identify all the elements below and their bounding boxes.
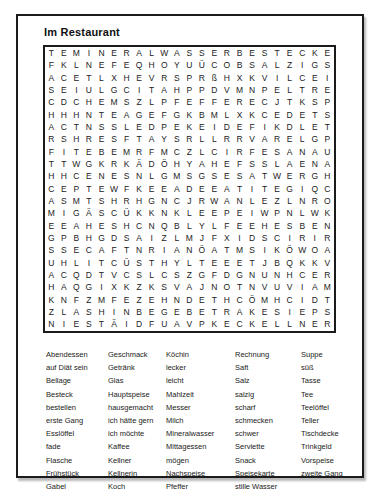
grid-cell-r5c19[interactable]: J xyxy=(271,96,284,108)
grid-cell-r3c21[interactable]: C xyxy=(296,72,309,84)
grid-cell-r1c8[interactable]: A xyxy=(133,47,146,59)
grid-cell-r1c21[interactable]: C xyxy=(296,47,309,59)
grid-cell-r19c1[interactable]: A xyxy=(45,269,58,281)
grid-cell-r14c21[interactable]: L xyxy=(296,207,309,219)
grid-cell-r8c17[interactable]: V xyxy=(246,133,259,145)
grid-cell-r15c8[interactable]: C xyxy=(133,220,146,232)
grid-cell-r8c15[interactable]: R xyxy=(221,133,234,145)
grid-cell-r22c6[interactable]: I xyxy=(108,306,121,318)
grid-cell-r11c20[interactable]: E xyxy=(283,170,296,182)
grid-cell-r3c6[interactable]: X xyxy=(108,72,121,84)
grid-cell-r20c13[interactable]: J xyxy=(196,282,209,294)
grid-cell-r13c3[interactable]: M xyxy=(70,195,83,207)
grid-cell-r22c2[interactable]: L xyxy=(58,306,71,318)
grid-cell-r16c13[interactable]: J xyxy=(196,232,209,244)
grid-cell-r19c6[interactable]: V xyxy=(108,269,121,281)
grid-cell-r11c22[interactable]: G xyxy=(308,170,321,182)
grid-cell-r13c4[interactable]: T xyxy=(83,195,96,207)
grid-cell-r23c8[interactable]: D xyxy=(133,319,146,331)
grid-cell-r6c15[interactable]: L xyxy=(221,109,234,121)
grid-cell-r7c10[interactable]: P xyxy=(158,121,171,133)
grid-cell-r20c22[interactable]: A xyxy=(308,282,321,294)
grid-cell-r8c13[interactable]: L xyxy=(196,133,209,145)
grid-cell-r8c6[interactable]: S xyxy=(108,133,121,145)
grid-cell-r1c19[interactable]: T xyxy=(271,47,284,59)
grid-cell-r16c1[interactable]: G xyxy=(45,232,58,244)
grid-cell-r13c18[interactable]: E xyxy=(258,195,271,207)
grid-cell-r7c2[interactable]: C xyxy=(58,121,71,133)
grid-cell-r3c4[interactable]: T xyxy=(83,72,96,84)
grid-cell-r21c8[interactable]: Z xyxy=(133,294,146,306)
grid-cell-r14c1[interactable]: M xyxy=(45,207,58,219)
grid-cell-r4c3[interactable]: I xyxy=(70,84,83,96)
grid-cell-r9c4[interactable]: E xyxy=(83,146,96,158)
grid-cell-r3c11[interactable]: S xyxy=(170,72,183,84)
grid-cell-r23c11[interactable]: A xyxy=(170,319,183,331)
grid-cell-r2c7[interactable]: E xyxy=(120,59,133,71)
grid-cell-r19c8[interactable]: S xyxy=(133,269,146,281)
grid-cell-r13c8[interactable]: H xyxy=(133,195,146,207)
grid-cell-r20c10[interactable]: S xyxy=(158,282,171,294)
grid-cell-r9c11[interactable]: C xyxy=(170,146,183,158)
grid-cell-r17c23[interactable]: A xyxy=(321,245,334,257)
grid-cell-r19c13[interactable]: G xyxy=(196,269,209,281)
grid-cell-r15c22[interactable]: E xyxy=(308,220,321,232)
grid-cell-r11c7[interactable]: S xyxy=(120,170,133,182)
grid-cell-r3c7[interactable]: H xyxy=(120,72,133,84)
grid-cell-r17c10[interactable]: I xyxy=(158,245,171,257)
grid-cell-r19c18[interactable]: U xyxy=(258,269,271,281)
grid-cell-r9c18[interactable]: E xyxy=(258,146,271,158)
grid-cell-r1c15[interactable]: R xyxy=(221,47,234,59)
grid-cell-r22c20[interactable]: I xyxy=(283,306,296,318)
grid-cell-r16c20[interactable]: I xyxy=(283,232,296,244)
grid-cell-r2c13[interactable]: Ü xyxy=(196,59,209,71)
grid-cell-r23c19[interactable]: L xyxy=(271,319,284,331)
grid-cell-r12c3[interactable]: P xyxy=(70,183,83,195)
grid-cell-r17c17[interactable]: S xyxy=(246,245,259,257)
grid-cell-r9c21[interactable]: N xyxy=(296,146,309,158)
grid-cell-r13c21[interactable]: N xyxy=(296,195,309,207)
grid-cell-r2c1[interactable]: F xyxy=(45,59,58,71)
grid-cell-r4c22[interactable]: R xyxy=(308,84,321,96)
grid-cell-r2c11[interactable]: Y xyxy=(170,59,183,71)
grid-cell-r17c19[interactable]: K xyxy=(271,245,284,257)
grid-cell-r11c16[interactable]: S xyxy=(233,170,246,182)
grid-cell-r2c3[interactable]: L xyxy=(70,59,83,71)
grid-cell-r13c6[interactable]: H xyxy=(108,195,121,207)
grid-cell-r12c14[interactable]: E xyxy=(208,183,221,195)
grid-cell-r3c20[interactable]: L xyxy=(283,72,296,84)
grid-cell-r15c5[interactable]: E xyxy=(95,220,108,232)
grid-cell-r3c5[interactable]: L xyxy=(95,72,108,84)
grid-cell-r3c1[interactable]: A xyxy=(45,72,58,84)
grid-cell-r15c2[interactable]: E xyxy=(58,220,71,232)
grid-cell-r21c9[interactable]: E xyxy=(145,294,158,306)
grid-cell-r21c1[interactable]: K xyxy=(45,294,58,306)
grid-cell-r17c3[interactable]: E xyxy=(70,245,83,257)
grid-cell-r10c9[interactable]: D xyxy=(145,158,158,170)
grid-cell-r21c7[interactable]: E xyxy=(120,294,133,306)
grid-cell-r21c11[interactable]: N xyxy=(170,294,183,306)
grid-cell-r16c12[interactable]: M xyxy=(183,232,196,244)
grid-cell-r4c21[interactable]: T xyxy=(296,84,309,96)
grid-cell-r9c3[interactable]: T xyxy=(70,146,83,158)
grid-cell-r19c23[interactable]: R xyxy=(321,269,334,281)
grid-cell-r12c10[interactable]: E xyxy=(158,183,171,195)
grid-cell-r2c21[interactable]: I xyxy=(296,59,309,71)
grid-cell-r20c16[interactable]: T xyxy=(233,282,246,294)
grid-cell-r14c15[interactable]: P xyxy=(221,207,234,219)
grid-cell-r13c14[interactable]: W xyxy=(208,195,221,207)
grid-cell-r17c5[interactable]: A xyxy=(95,245,108,257)
grid-cell-r15c11[interactable]: B xyxy=(170,220,183,232)
grid-cell-r18c23[interactable]: V xyxy=(321,257,334,269)
grid-cell-r4c9[interactable]: T xyxy=(145,84,158,96)
grid-cell-r11c19[interactable]: W xyxy=(271,170,284,182)
grid-cell-r21c21[interactable]: I xyxy=(296,294,309,306)
grid-cell-r13c5[interactable]: S xyxy=(95,195,108,207)
grid-cell-r12c6[interactable]: W xyxy=(108,183,121,195)
grid-cell-r16c7[interactable]: S xyxy=(120,232,133,244)
grid-cell-r6c23[interactable]: S xyxy=(321,109,334,121)
grid-cell-r9c6[interactable]: E xyxy=(108,146,121,158)
grid-cell-r15c14[interactable]: L xyxy=(208,220,221,232)
grid-cell-r23c4[interactable]: S xyxy=(83,319,96,331)
grid-cell-r10c18[interactable]: S xyxy=(258,158,271,170)
grid-cell-r22c23[interactable]: S xyxy=(321,306,334,318)
grid-cell-r21c15[interactable]: H xyxy=(221,294,234,306)
grid-cell-r3c8[interactable]: E xyxy=(133,72,146,84)
grid-cell-r12c8[interactable]: K xyxy=(133,183,146,195)
grid-cell-r17c8[interactable]: N xyxy=(133,245,146,257)
grid-cell-r5c10[interactable]: P xyxy=(158,96,171,108)
grid-cell-r9c10[interactable]: M xyxy=(158,146,171,158)
grid-cell-r18c3[interactable]: L xyxy=(70,257,83,269)
grid-cell-r1c4[interactable]: I xyxy=(83,47,96,59)
grid-cell-r7c9[interactable]: D xyxy=(145,121,158,133)
grid-cell-r2c9[interactable]: H xyxy=(145,59,158,71)
grid-cell-r7c14[interactable]: I xyxy=(208,121,221,133)
grid-cell-r11c10[interactable]: G xyxy=(158,170,171,182)
grid-cell-r15c18[interactable]: H xyxy=(258,220,271,232)
grid-cell-r9c22[interactable]: A xyxy=(308,146,321,158)
grid-cell-r5c5[interactable]: E xyxy=(95,96,108,108)
grid-cell-r4c8[interactable]: I xyxy=(133,84,146,96)
grid-cell-r8c9[interactable]: A xyxy=(145,133,158,145)
grid-cell-r2c17[interactable]: S xyxy=(246,59,259,71)
grid-cell-r2c14[interactable]: C xyxy=(208,59,221,71)
grid-cell-r18c18[interactable]: J xyxy=(258,257,271,269)
grid-cell-r22c3[interactable]: A xyxy=(70,306,83,318)
grid-cell-r5c4[interactable]: H xyxy=(83,96,96,108)
grid-cell-r8c2[interactable]: S xyxy=(58,133,71,145)
grid-cell-r3c12[interactable]: P xyxy=(183,72,196,84)
grid-cell-r21c13[interactable]: E xyxy=(196,294,209,306)
grid-cell-r8c5[interactable]: E xyxy=(95,133,108,145)
grid-cell-r10c7[interactable]: K xyxy=(120,158,133,170)
grid-cell-r12c13[interactable]: E xyxy=(196,183,209,195)
grid-cell-r20c12[interactable]: A xyxy=(183,282,196,294)
grid-cell-r13c15[interactable]: A xyxy=(221,195,234,207)
grid-cell-r7c12[interactable]: K xyxy=(183,121,196,133)
grid-cell-r17c18[interactable]: I xyxy=(258,245,271,257)
grid-cell-r16c2[interactable]: P xyxy=(58,232,71,244)
grid-cell-r11c15[interactable]: E xyxy=(221,170,234,182)
grid-cell-r19c4[interactable]: D xyxy=(83,269,96,281)
grid-cell-r5c2[interactable]: D xyxy=(58,96,71,108)
grid-cell-r8c18[interactable]: A xyxy=(258,133,271,145)
grid-cell-r21c23[interactable]: T xyxy=(321,294,334,306)
grid-cell-r10c12[interactable]: Y xyxy=(183,158,196,170)
grid-cell-r2c19[interactable]: L xyxy=(271,59,284,71)
grid-cell-r23c3[interactable]: E xyxy=(70,319,83,331)
grid-cell-r17c7[interactable]: T xyxy=(120,245,133,257)
grid-cell-r22c16[interactable]: A xyxy=(233,306,246,318)
grid-cell-r15c1[interactable]: E xyxy=(45,220,58,232)
grid-cell-r21c4[interactable]: Z xyxy=(83,294,96,306)
grid-cell-r6c16[interactable]: X xyxy=(233,109,246,121)
grid-cell-r15c7[interactable]: H xyxy=(120,220,133,232)
grid-cell-r17c12[interactable]: N xyxy=(183,245,196,257)
grid-cell-r22c13[interactable]: E xyxy=(196,306,209,318)
grid-cell-r1c23[interactable]: E xyxy=(321,47,334,59)
grid-cell-r16c18[interactable]: S xyxy=(258,232,271,244)
grid-cell-r20c21[interactable]: I xyxy=(296,282,309,294)
grid-cell-r7c18[interactable]: I xyxy=(258,121,271,133)
grid-cell-r10c15[interactable]: E xyxy=(221,158,234,170)
grid-cell-r22c18[interactable]: E xyxy=(258,306,271,318)
grid-cell-r16c23[interactable]: R xyxy=(321,232,334,244)
grid-cell-r1c2[interactable]: E xyxy=(58,47,71,59)
grid-cell-r5c21[interactable]: K xyxy=(296,96,309,108)
grid-cell-r3c19[interactable]: I xyxy=(271,72,284,84)
grid-cell-r18c5[interactable]: T xyxy=(95,257,108,269)
grid-cell-r11c1[interactable]: H xyxy=(45,170,58,182)
grid-cell-r13c12[interactable]: J xyxy=(183,195,196,207)
grid-cell-r2c22[interactable]: G xyxy=(308,59,321,71)
grid-cell-r17c2[interactable]: S xyxy=(58,245,71,257)
grid-cell-r8c10[interactable]: Y xyxy=(158,133,171,145)
grid-cell-r12c21[interactable]: I xyxy=(296,183,309,195)
grid-cell-r15c9[interactable]: N xyxy=(145,220,158,232)
grid-cell-r10c10[interactable]: Ö xyxy=(158,158,171,170)
grid-cell-r5c6[interactable]: M xyxy=(108,96,121,108)
grid-cell-r13c10[interactable]: N xyxy=(158,195,171,207)
grid-cell-r15c6[interactable]: S xyxy=(108,220,121,232)
grid-cell-r2c4[interactable]: N xyxy=(83,59,96,71)
grid-cell-r14c18[interactable]: W xyxy=(258,207,271,219)
grid-cell-r9c16[interactable]: R xyxy=(233,146,246,158)
grid-cell-r7c13[interactable]: E xyxy=(196,121,209,133)
grid-cell-r8c1[interactable]: R xyxy=(45,133,58,145)
grid-cell-r14c13[interactable]: E xyxy=(196,207,209,219)
grid-cell-r19c15[interactable]: D xyxy=(221,269,234,281)
grid-cell-r19c21[interactable]: C xyxy=(296,269,309,281)
grid-cell-r6c6[interactable]: E xyxy=(108,109,121,121)
grid-cell-r20c18[interactable]: V xyxy=(258,282,271,294)
grid-cell-r15c17[interactable]: E xyxy=(246,220,259,232)
grid-cell-r1c9[interactable]: L xyxy=(145,47,158,59)
grid-cell-r13c20[interactable]: L xyxy=(283,195,296,207)
grid-cell-r13c19[interactable]: Z xyxy=(271,195,284,207)
grid-cell-r18c11[interactable]: Y xyxy=(170,257,183,269)
grid-cell-r16c19[interactable]: C xyxy=(271,232,284,244)
grid-cell-r19c9[interactable]: L xyxy=(145,269,158,281)
grid-cell-r8c12[interactable]: R xyxy=(183,133,196,145)
grid-cell-r23c16[interactable]: C xyxy=(233,319,246,331)
grid-cell-r15c10[interactable]: Q xyxy=(158,220,171,232)
grid-cell-r22c9[interactable]: E xyxy=(145,306,158,318)
grid-cell-r4c18[interactable]: P xyxy=(258,84,271,96)
grid-cell-r3c14[interactable]: ß xyxy=(208,72,221,84)
grid-cell-r21c2[interactable]: N xyxy=(58,294,71,306)
grid-cell-r20c17[interactable]: N xyxy=(246,282,259,294)
grid-cell-r7c4[interactable]: N xyxy=(83,121,96,133)
grid-cell-r21c12[interactable]: D xyxy=(183,294,196,306)
grid-cell-r13c22[interactable]: R xyxy=(308,195,321,207)
grid-cell-r20c1[interactable]: H xyxy=(45,282,58,294)
grid-cell-r14c3[interactable]: G xyxy=(70,207,83,219)
grid-cell-r16c10[interactable]: Z xyxy=(158,232,171,244)
grid-cell-r16c6[interactable]: D xyxy=(108,232,121,244)
grid-cell-r21c10[interactable]: H xyxy=(158,294,171,306)
grid-cell-r10c14[interactable]: H xyxy=(208,158,221,170)
grid-cell-r15c12[interactable]: L xyxy=(183,220,196,232)
grid-cell-r6c2[interactable]: H xyxy=(58,109,71,121)
grid-cell-r14c12[interactable]: L xyxy=(183,207,196,219)
grid-cell-r19c3[interactable]: Q xyxy=(70,269,83,281)
grid-cell-r16c4[interactable]: H xyxy=(83,232,96,244)
grid-cell-r12c16[interactable]: T xyxy=(233,183,246,195)
grid-cell-r7c8[interactable]: E xyxy=(133,121,146,133)
grid-cell-r18c14[interactable]: E xyxy=(208,257,221,269)
grid-cell-r23c23[interactable]: R xyxy=(321,319,334,331)
grid-cell-r4c20[interactable]: L xyxy=(283,84,296,96)
grid-cell-r18c10[interactable]: H xyxy=(158,257,171,269)
grid-cell-r1c14[interactable]: E xyxy=(208,47,221,59)
grid-cell-r11c6[interactable]: E xyxy=(108,170,121,182)
grid-cell-r7c3[interactable]: T xyxy=(70,121,83,133)
grid-cell-r22c1[interactable]: Z xyxy=(45,306,58,318)
grid-cell-r3c9[interactable]: V xyxy=(145,72,158,84)
grid-cell-r15c20[interactable]: S xyxy=(283,220,296,232)
grid-cell-r3c22[interactable]: E xyxy=(308,72,321,84)
grid-cell-r9c5[interactable]: B xyxy=(95,146,108,158)
grid-cell-r4c12[interactable]: P xyxy=(183,84,196,96)
grid-cell-r20c7[interactable]: K xyxy=(120,282,133,294)
grid-cell-r8c20[interactable]: E xyxy=(283,133,296,145)
grid-cell-r9c23[interactable]: U xyxy=(321,146,334,158)
grid-cell-r16c11[interactable]: L xyxy=(170,232,183,244)
grid-cell-r14c4[interactable]: Ä xyxy=(83,207,96,219)
grid-cell-r19c5[interactable]: T xyxy=(95,269,108,281)
grid-cell-r20c2[interactable]: A xyxy=(58,282,71,294)
grid-cell-r4c13[interactable]: P xyxy=(196,84,209,96)
grid-cell-r22c5[interactable]: H xyxy=(95,306,108,318)
grid-cell-r11c23[interactable]: H xyxy=(321,170,334,182)
grid-cell-r23c18[interactable]: E xyxy=(258,319,271,331)
grid-cell-r12c17[interactable]: I xyxy=(246,183,259,195)
grid-cell-r17c4[interactable]: C xyxy=(83,245,96,257)
grid-cell-r1c5[interactable]: N xyxy=(95,47,108,59)
grid-cell-r1c1[interactable]: T xyxy=(45,47,58,59)
grid-cell-r1c18[interactable]: S xyxy=(258,47,271,59)
grid-cell-r19c14[interactable]: F xyxy=(208,269,221,281)
grid-cell-r9c15[interactable]: I xyxy=(221,146,234,158)
grid-cell-r8c16[interactable]: R xyxy=(233,133,246,145)
grid-cell-r18c22[interactable]: K xyxy=(308,257,321,269)
grid-cell-r15c16[interactable]: E xyxy=(233,220,246,232)
grid-cell-r21c22[interactable]: D xyxy=(308,294,321,306)
grid-cell-r22c19[interactable]: S xyxy=(271,306,284,318)
grid-cell-r22c17[interactable]: K xyxy=(246,306,259,318)
grid-cell-r20c23[interactable]: M xyxy=(321,282,334,294)
grid-cell-r1c20[interactable]: E xyxy=(283,47,296,59)
grid-cell-r7c1[interactable]: A xyxy=(45,121,58,133)
grid-cell-r16c8[interactable]: A xyxy=(133,232,146,244)
grid-cell-r23c6[interactable]: Ä xyxy=(108,319,121,331)
grid-cell-r12c2[interactable]: E xyxy=(58,183,71,195)
grid-cell-r12c9[interactable]: E xyxy=(145,183,158,195)
grid-cell-r11c4[interactable]: E xyxy=(83,170,96,182)
grid-cell-r18c1[interactable]: U xyxy=(45,257,58,269)
grid-cell-r6c4[interactable]: N xyxy=(83,109,96,121)
grid-cell-r10c4[interactable]: G xyxy=(83,158,96,170)
grid-cell-r5c23[interactable]: P xyxy=(321,96,334,108)
grid-cell-r17c14[interactable]: A xyxy=(208,245,221,257)
grid-cell-r5c11[interactable]: F xyxy=(170,96,183,108)
grid-cell-r11c11[interactable]: M xyxy=(170,170,183,182)
grid-cell-r4c5[interactable]: L xyxy=(95,84,108,96)
grid-cell-r4c1[interactable]: S xyxy=(45,84,58,96)
grid-cell-r21c20[interactable]: C xyxy=(283,294,296,306)
grid-cell-r5c7[interactable]: S xyxy=(120,96,133,108)
grid-cell-r7c20[interactable]: D xyxy=(283,121,296,133)
grid-cell-r6c14[interactable]: M xyxy=(208,109,221,121)
grid-cell-r20c11[interactable]: V xyxy=(170,282,183,294)
grid-cell-r3c10[interactable]: R xyxy=(158,72,171,84)
grid-cell-r10c5[interactable]: K xyxy=(95,158,108,170)
grid-cell-r8c11[interactable]: S xyxy=(170,133,183,145)
grid-cell-r17c22[interactable]: O xyxy=(308,245,321,257)
grid-cell-r1c12[interactable]: S xyxy=(183,47,196,59)
grid-cell-r11c2[interactable]: H xyxy=(58,170,71,182)
grid-cell-r18c6[interactable]: C xyxy=(108,257,121,269)
grid-cell-r9c9[interactable]: F xyxy=(145,146,158,158)
grid-cell-r6c11[interactable]: G xyxy=(170,109,183,121)
grid-cell-r1c6[interactable]: E xyxy=(108,47,121,59)
grid-cell-r7c11[interactable]: E xyxy=(170,121,183,133)
grid-cell-r14c9[interactable]: K xyxy=(145,207,158,219)
grid-cell-r2c15[interactable]: O xyxy=(221,59,234,71)
grid-cell-r3c17[interactable]: K xyxy=(246,72,259,84)
grid-cell-r7c5[interactable]: S xyxy=(95,121,108,133)
grid-cell-r3c3[interactable]: E xyxy=(70,72,83,84)
grid-cell-r18c13[interactable]: T xyxy=(196,257,209,269)
grid-cell-r8c3[interactable]: H xyxy=(70,133,83,145)
grid-cell-r6c17[interactable]: K xyxy=(246,109,259,121)
grid-cell-r1c11[interactable]: A xyxy=(170,47,183,59)
grid-cell-r5c3[interactable]: C xyxy=(70,96,83,108)
grid-cell-r5c20[interactable]: T xyxy=(283,96,296,108)
grid-cell-r10c1[interactable]: T xyxy=(45,158,58,170)
grid-cell-r10c19[interactable]: L xyxy=(271,158,284,170)
grid-cell-r5c22[interactable]: S xyxy=(308,96,321,108)
grid-cell-r11c18[interactable]: T xyxy=(258,170,271,182)
grid-cell-r6c10[interactable]: F xyxy=(158,109,171,121)
grid-cell-r8c4[interactable]: R xyxy=(83,133,96,145)
